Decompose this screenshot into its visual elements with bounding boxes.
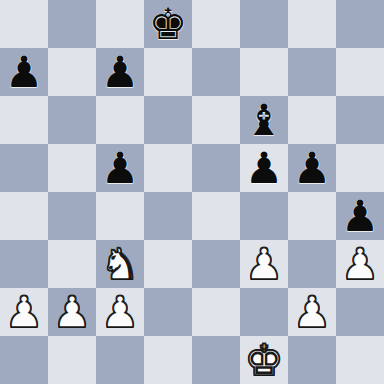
square-e1[interactable] [192,336,240,384]
square-b7[interactable] [48,48,96,96]
square-e6[interactable] [192,96,240,144]
square-h4[interactable]: ♟ [336,192,384,240]
piece-white-pawn-a2[interactable]: ♟ [5,288,44,336]
square-d8[interactable]: ♚ [144,0,192,48]
piece-white-knight-c3[interactable]: ♞ [101,240,140,288]
piece-white-pawn-f3[interactable]: ♟ [245,240,284,288]
square-e2[interactable] [192,288,240,336]
square-b6[interactable] [48,96,96,144]
piece-black-pawn-f5[interactable]: ♟ [245,144,284,192]
piece-white-pawn-c2[interactable]: ♟ [101,288,140,336]
square-f3[interactable]: ♟ [240,240,288,288]
square-a3[interactable] [0,240,48,288]
square-c2[interactable]: ♟ [96,288,144,336]
square-e3[interactable] [192,240,240,288]
square-e5[interactable] [192,144,240,192]
square-h2[interactable] [336,288,384,336]
square-h7[interactable] [336,48,384,96]
square-c4[interactable] [96,192,144,240]
square-d5[interactable] [144,144,192,192]
square-d7[interactable] [144,48,192,96]
square-a7[interactable]: ♟ [0,48,48,96]
square-a2[interactable]: ♟ [0,288,48,336]
square-g1[interactable] [288,336,336,384]
square-g3[interactable] [288,240,336,288]
square-g2[interactable]: ♟ [288,288,336,336]
square-h1[interactable] [336,336,384,384]
square-d1[interactable] [144,336,192,384]
piece-white-pawn-h3[interactable]: ♟ [341,240,380,288]
piece-white-pawn-g2[interactable]: ♟ [293,288,332,336]
square-a6[interactable] [0,96,48,144]
square-b4[interactable] [48,192,96,240]
square-e4[interactable] [192,192,240,240]
piece-black-pawn-a7[interactable]: ♟ [5,48,44,96]
square-f7[interactable] [240,48,288,96]
piece-black-pawn-c7[interactable]: ♟ [101,48,140,96]
square-c5[interactable]: ♟ [96,144,144,192]
piece-black-pawn-c5[interactable]: ♟ [101,144,140,192]
square-c1[interactable] [96,336,144,384]
square-f4[interactable] [240,192,288,240]
square-a5[interactable] [0,144,48,192]
square-b3[interactable] [48,240,96,288]
square-h8[interactable] [336,0,384,48]
square-a8[interactable] [0,0,48,48]
square-c7[interactable]: ♟ [96,48,144,96]
square-c3[interactable]: ♞ [96,240,144,288]
square-b2[interactable]: ♟ [48,288,96,336]
piece-black-bishop-f6[interactable]: ♝ [245,96,284,144]
square-g8[interactable] [288,0,336,48]
square-e8[interactable] [192,0,240,48]
square-b8[interactable] [48,0,96,48]
piece-black-king-d8[interactable]: ♚ [149,0,188,48]
square-h6[interactable] [336,96,384,144]
square-g5[interactable]: ♟ [288,144,336,192]
square-f6[interactable]: ♝ [240,96,288,144]
square-e7[interactable] [192,48,240,96]
square-b5[interactable] [48,144,96,192]
square-g6[interactable] [288,96,336,144]
square-g4[interactable] [288,192,336,240]
square-a4[interactable] [0,192,48,240]
square-a1[interactable] [0,336,48,384]
square-g7[interactable] [288,48,336,96]
piece-black-pawn-h4[interactable]: ♟ [341,192,380,240]
square-d3[interactable] [144,240,192,288]
chess-board: ♚♟♟♝♟♟♟♟♞♟♟♟♟♟♟♚ [0,0,384,384]
square-d2[interactable] [144,288,192,336]
piece-white-king-f1[interactable]: ♚ [245,336,284,384]
square-h5[interactable] [336,144,384,192]
square-h3[interactable]: ♟ [336,240,384,288]
square-f1[interactable]: ♚ [240,336,288,384]
square-d4[interactable] [144,192,192,240]
square-b1[interactable] [48,336,96,384]
square-d6[interactable] [144,96,192,144]
square-f5[interactable]: ♟ [240,144,288,192]
square-c8[interactable] [96,0,144,48]
square-f2[interactable] [240,288,288,336]
square-f8[interactable] [240,0,288,48]
piece-black-pawn-g5[interactable]: ♟ [293,144,332,192]
piece-white-pawn-b2[interactable]: ♟ [53,288,92,336]
square-c6[interactable] [96,96,144,144]
